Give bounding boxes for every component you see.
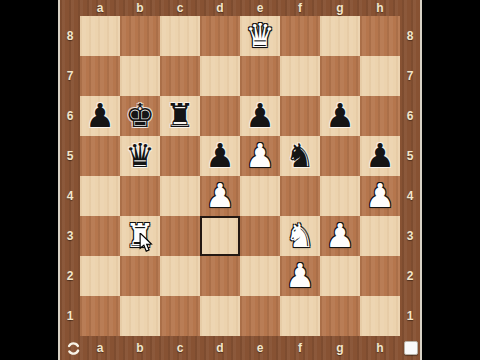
square-b5[interactable]: ♛ <box>120 136 160 176</box>
black-queen-b5[interactable]: ♛ <box>125 136 155 176</box>
square-f3[interactable]: ♞ <box>280 216 320 256</box>
black-knight-f5[interactable]: ♞ <box>285 136 315 176</box>
rank-label-left-5: 5 <box>60 136 80 176</box>
square-b4[interactable] <box>120 176 160 216</box>
rank-label-left-4: 4 <box>60 176 80 216</box>
square-b3[interactable]: ♜ <box>120 216 160 256</box>
square-e6[interactable]: ♟ <box>240 96 280 136</box>
chess-board: ♛♟♚♜♟♟♛♟♟♞♟♟♟♜♞♟♟ aabbccddeeffgghh887766… <box>58 0 422 360</box>
square-g2[interactable] <box>320 256 360 296</box>
square-e7[interactable] <box>240 56 280 96</box>
rank-label-right-8: 8 <box>400 16 420 56</box>
file-label-top-a: a <box>80 0 120 16</box>
square-b8[interactable] <box>120 16 160 56</box>
file-label-bottom-b: b <box>120 336 160 360</box>
square-g7[interactable] <box>320 56 360 96</box>
square-f7[interactable] <box>280 56 320 96</box>
square-a5[interactable] <box>80 136 120 176</box>
square-c4[interactable] <box>160 176 200 216</box>
square-a8[interactable] <box>80 16 120 56</box>
white-rook-b3[interactable]: ♜ <box>125 216 155 256</box>
black-pawn-a6[interactable]: ♟ <box>85 96 115 136</box>
square-h7[interactable] <box>360 56 400 96</box>
square-f4[interactable] <box>280 176 320 216</box>
board-squares: ♛♟♚♜♟♟♛♟♟♞♟♟♟♜♞♟♟ <box>80 16 400 336</box>
square-a3[interactable] <box>80 216 120 256</box>
rank-label-right-6: 6 <box>400 96 420 136</box>
square-b1[interactable] <box>120 296 160 336</box>
square-a1[interactable] <box>80 296 120 336</box>
white-queen-e8[interactable]: ♛ <box>245 16 275 56</box>
square-a2[interactable] <box>80 256 120 296</box>
square-a7[interactable] <box>80 56 120 96</box>
square-f2[interactable]: ♟ <box>280 256 320 296</box>
square-g5[interactable] <box>320 136 360 176</box>
square-c7[interactable] <box>160 56 200 96</box>
square-d5[interactable]: ♟ <box>200 136 240 176</box>
white-pawn-e5[interactable]: ♟ <box>245 136 275 176</box>
square-e5[interactable]: ♟ <box>240 136 280 176</box>
square-g4[interactable] <box>320 176 360 216</box>
square-g3[interactable]: ♟ <box>320 216 360 256</box>
square-h5[interactable]: ♟ <box>360 136 400 176</box>
black-king-b6[interactable]: ♚ <box>125 96 155 136</box>
square-h2[interactable] <box>360 256 400 296</box>
white-knight-f3[interactable]: ♞ <box>285 216 315 256</box>
black-pawn-d5[interactable]: ♟ <box>205 136 235 176</box>
rank-label-right-7: 7 <box>400 56 420 96</box>
square-e8[interactable]: ♛ <box>240 16 280 56</box>
file-label-top-b: b <box>120 0 160 16</box>
white-pawn-h4[interactable]: ♟ <box>365 176 395 216</box>
white-pawn-g3[interactable]: ♟ <box>325 216 355 256</box>
square-b2[interactable] <box>120 256 160 296</box>
square-d3[interactable] <box>200 216 240 256</box>
square-e3[interactable] <box>240 216 280 256</box>
file-label-bottom-a: a <box>80 336 120 360</box>
white-pawn-f2[interactable]: ♟ <box>285 256 315 296</box>
square-f5[interactable]: ♞ <box>280 136 320 176</box>
rank-label-right-5: 5 <box>400 136 420 176</box>
rank-label-left-1: 1 <box>60 296 80 336</box>
square-d7[interactable] <box>200 56 240 96</box>
square-e4[interactable] <box>240 176 280 216</box>
video-frame: ♛♟♚♜♟♟♛♟♟♞♟♟♟♜♞♟♟ aabbccddeeffgghh887766… <box>0 0 480 360</box>
square-h8[interactable] <box>360 16 400 56</box>
rank-label-right-3: 3 <box>400 216 420 256</box>
square-a6[interactable]: ♟ <box>80 96 120 136</box>
square-c3[interactable] <box>160 216 200 256</box>
square-d4[interactable]: ♟ <box>200 176 240 216</box>
file-label-bottom-d: d <box>200 336 240 360</box>
rank-label-right-1: 1 <box>400 296 420 336</box>
square-c5[interactable] <box>160 136 200 176</box>
square-h6[interactable] <box>360 96 400 136</box>
file-label-top-g: g <box>320 0 360 16</box>
square-c1[interactable] <box>160 296 200 336</box>
square-e1[interactable] <box>240 296 280 336</box>
rank-label-right-4: 4 <box>400 176 420 216</box>
square-h4[interactable]: ♟ <box>360 176 400 216</box>
square-c2[interactable] <box>160 256 200 296</box>
square-d1[interactable] <box>200 296 240 336</box>
file-label-top-h: h <box>360 0 400 16</box>
square-e2[interactable] <box>240 256 280 296</box>
white-pawn-d4[interactable]: ♟ <box>205 176 235 216</box>
rank-label-left-3: 3 <box>60 216 80 256</box>
file-label-top-f: f <box>280 0 320 16</box>
square-g1[interactable] <box>320 296 360 336</box>
black-pawn-e6[interactable]: ♟ <box>245 96 275 136</box>
square-f8[interactable] <box>280 16 320 56</box>
square-c6[interactable]: ♜ <box>160 96 200 136</box>
square-g6[interactable]: ♟ <box>320 96 360 136</box>
white-square-icon-shape <box>404 341 418 355</box>
rank-label-left-6: 6 <box>60 96 80 136</box>
square-d8[interactable] <box>200 16 240 56</box>
file-label-top-d: d <box>200 0 240 16</box>
file-label-bottom-f: f <box>280 336 320 360</box>
square-c8[interactable] <box>160 16 200 56</box>
square-f6[interactable] <box>280 96 320 136</box>
file-label-bottom-e: e <box>240 336 280 360</box>
board-border: ♛♟♚♜♟♟♛♟♟♞♟♟♟♜♞♟♟ aabbccddeeffgghh887766… <box>60 0 420 360</box>
black-pawn-h5[interactable]: ♟ <box>365 136 395 176</box>
square-f1[interactable] <box>280 296 320 336</box>
rank-label-right-2: 2 <box>400 256 420 296</box>
file-label-bottom-h: h <box>360 336 400 360</box>
square-h3[interactable] <box>360 216 400 256</box>
square-a4[interactable] <box>80 176 120 216</box>
file-label-top-e: e <box>240 0 280 16</box>
rank-label-left-7: 7 <box>60 56 80 96</box>
file-label-bottom-c: c <box>160 336 200 360</box>
square-d6[interactable] <box>200 96 240 136</box>
white-square-icon[interactable] <box>400 336 422 360</box>
black-rook-c6[interactable]: ♜ <box>165 96 195 136</box>
board-edge-right <box>420 0 422 360</box>
file-label-top-c: c <box>160 0 200 16</box>
rank-label-left-2: 2 <box>60 256 80 296</box>
file-label-bottom-g: g <box>320 336 360 360</box>
square-h1[interactable] <box>360 296 400 336</box>
rank-label-left-8: 8 <box>60 16 80 56</box>
square-g8[interactable] <box>320 16 360 56</box>
square-b6[interactable]: ♚ <box>120 96 160 136</box>
black-pawn-g6[interactable]: ♟ <box>325 96 355 136</box>
square-d2[interactable] <box>200 256 240 296</box>
square-b7[interactable] <box>120 56 160 96</box>
